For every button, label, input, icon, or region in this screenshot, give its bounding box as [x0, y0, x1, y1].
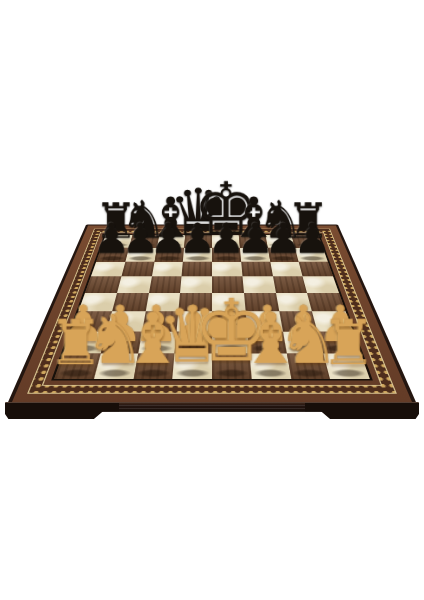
square-g3[interactable] — [279, 311, 318, 331]
square-c5[interactable] — [149, 277, 182, 293]
square-a4[interactable] — [78, 293, 116, 311]
square-h6[interactable] — [299, 261, 333, 276]
square-g2[interactable]: ♟ — [282, 331, 323, 353]
piece-shadow — [137, 369, 171, 377]
square-h2[interactable]: ♟ — [318, 331, 361, 353]
square-f1[interactable]: ♝ — [249, 354, 291, 379]
piece-shadow — [97, 369, 132, 377]
piece-shadow — [131, 243, 155, 247]
product-photo: ♜♞♝♛♚♝♞♜♟♟♟♟♟♟♟♟♟♟♟♟♟♟♟♟♜♞♝♛♚♝♞♜ — [0, 0, 424, 600]
square-f3[interactable] — [245, 311, 282, 331]
piece-shadow — [243, 256, 268, 261]
square-d1[interactable]: ♛ — [173, 354, 212, 379]
square-h3[interactable] — [312, 311, 353, 331]
square-e4[interactable] — [212, 293, 245, 311]
square-c7[interactable]: ♟ — [154, 248, 184, 262]
square-f6[interactable] — [241, 261, 273, 276]
square-b8[interactable]: ♞ — [129, 235, 159, 248]
square-g4[interactable] — [276, 293, 313, 311]
board-squares: ♜♞♝♛♚♝♞♜♟♟♟♟♟♟♟♟♟♟♟♟♟♟♟♟♜♞♝♛♚♝♞♜ — [51, 234, 373, 380]
square-f8[interactable]: ♝ — [239, 235, 268, 248]
square-a3[interactable] — [71, 311, 112, 331]
square-d8[interactable]: ♛ — [184, 235, 212, 248]
square-f7[interactable]: ♟ — [240, 248, 270, 262]
piece-shadow — [288, 345, 320, 352]
square-e5[interactable] — [212, 277, 244, 293]
square-c8[interactable]: ♝ — [157, 235, 186, 248]
piece-shadow — [271, 256, 296, 261]
square-b5[interactable] — [117, 277, 152, 293]
piece-shadow — [128, 256, 153, 261]
square-b2[interactable]: ♟ — [100, 331, 141, 353]
piece-shadow — [214, 256, 238, 261]
square-a6[interactable] — [91, 261, 125, 276]
square-a7[interactable]: ♟ — [96, 248, 129, 262]
square-b7[interactable]: ♟ — [125, 248, 156, 262]
square-c4[interactable] — [145, 293, 180, 311]
square-g5[interactable] — [273, 277, 308, 293]
square-g6[interactable] — [270, 261, 303, 276]
square-h1[interactable]: ♜ — [324, 354, 370, 379]
piece-shadow — [215, 369, 248, 377]
square-d6[interactable] — [182, 261, 212, 276]
piece-shadow — [67, 345, 100, 352]
piece-shadow — [159, 243, 183, 247]
square-f5[interactable] — [242, 277, 275, 293]
square-e7[interactable]: ♟ — [212, 248, 241, 262]
piece-shadow — [187, 243, 210, 247]
square-d4[interactable] — [179, 293, 212, 311]
piece-shadow — [157, 256, 182, 261]
square-f4[interactable] — [244, 293, 279, 311]
square-c2[interactable]: ♟ — [138, 331, 177, 353]
square-d7[interactable]: ♟ — [183, 248, 212, 262]
piece-shadow — [331, 369, 366, 377]
piece-shadow — [241, 243, 265, 247]
square-g8[interactable]: ♞ — [265, 235, 295, 248]
piece-black-rook: ♜ — [286, 197, 329, 245]
square-a8[interactable]: ♜ — [101, 235, 132, 248]
square-d3[interactable] — [177, 311, 212, 331]
square-e6[interactable] — [212, 261, 242, 276]
square-h8[interactable]: ♜ — [292, 235, 323, 248]
piece-shadow — [215, 345, 246, 352]
piece-shadow — [104, 345, 136, 352]
square-c6[interactable] — [151, 261, 183, 276]
piece-shadow — [300, 256, 325, 261]
piece-shadow — [99, 256, 124, 261]
piece-shadow — [292, 369, 327, 377]
square-a1[interactable]: ♜ — [54, 354, 100, 379]
square-e8[interactable]: ♚ — [212, 235, 240, 248]
piece-shadow — [185, 256, 209, 261]
square-h5[interactable] — [303, 277, 339, 293]
piece-shadow — [178, 345, 209, 352]
square-e2[interactable]: ♟ — [212, 331, 249, 353]
board-frame-inner-band: ♜♞♝♛♚♝♞♜♟♟♟♟♟♟♟♟♟♟♟♟♟♟♟♟♜♞♝♛♚♝♞♜ — [42, 232, 383, 386]
piece-shadow — [58, 369, 93, 377]
square-b1[interactable]: ♞ — [94, 354, 138, 379]
piece-shadow — [104, 243, 128, 247]
board-frame-outer-band: ♜♞♝♛♚♝♞♜♟♟♟♟♟♟♟♟♟♟♟♟♟♟♟♟♜♞♝♛♚♝♞♜ — [12, 226, 412, 402]
piece-shadow — [141, 345, 173, 352]
square-e3[interactable] — [212, 311, 247, 331]
square-f2[interactable]: ♟ — [247, 331, 286, 353]
piece-shadow — [214, 243, 237, 247]
square-b4[interactable] — [112, 293, 149, 311]
board-3d-surface: ♜♞♝♛♚♝♞♜♟♟♟♟♟♟♟♟♟♟♟♟♟♟♟♟♜♞♝♛♚♝♞♜ — [7, 224, 417, 404]
board-inlay-border: ♜♞♝♛♚♝♞♜♟♟♟♟♟♟♟♟♟♟♟♟♟♟♟♟♜♞♝♛♚♝♞♜ — [27, 229, 397, 394]
piece-shadow — [251, 345, 283, 352]
square-a5[interactable] — [85, 277, 121, 293]
square-d5[interactable] — [180, 277, 212, 293]
square-h4[interactable] — [307, 293, 345, 311]
square-c1[interactable]: ♝ — [133, 354, 175, 379]
board-outer-edge: ♜♞♝♛♚♝♞♜♟♟♟♟♟♟♟♟♟♟♟♟♟♟♟♟♜♞♝♛♚♝♞♜ — [7, 224, 417, 404]
square-h7[interactable]: ♟ — [295, 248, 328, 262]
piece-shadow — [324, 345, 357, 352]
square-e1[interactable]: ♚ — [212, 354, 251, 379]
piece-shadow — [176, 369, 209, 377]
square-c3[interactable] — [142, 311, 179, 331]
piece-shadow — [254, 369, 288, 377]
square-b6[interactable] — [121, 261, 154, 276]
piece-shadow — [269, 243, 293, 247]
piece-shadow — [296, 243, 320, 247]
square-g7[interactable]: ♟ — [267, 248, 298, 262]
square-a2[interactable]: ♟ — [63, 331, 106, 353]
square-b3[interactable] — [106, 311, 145, 331]
square-d2[interactable]: ♟ — [175, 331, 212, 353]
